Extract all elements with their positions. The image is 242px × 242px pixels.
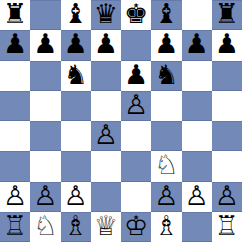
piece-black-knight: ♞ xyxy=(154,61,178,90)
piece-black-pawn: ♟ xyxy=(94,30,118,59)
piece-black-pawn: ♟ xyxy=(215,30,239,59)
piece-black-pawn: ♟ xyxy=(33,30,57,59)
piece-black-pawn: ♟ xyxy=(64,30,88,59)
piece-black-rook: ♜ xyxy=(215,0,239,29)
piece-white-knight: ♘ xyxy=(154,151,178,180)
square-c6[interactable]: ♞ xyxy=(61,61,91,91)
piece-white-queen: ♕ xyxy=(94,212,118,241)
square-h8[interactable]: ♜ xyxy=(212,0,242,30)
square-c8[interactable]: ♝ xyxy=(61,0,91,30)
piece-black-bishop: ♝ xyxy=(154,0,178,29)
chess-board: ♜♝♛♚♝♜♟♟♟♟♟♟♟♞♟♞♙♙♘♙♙♙♙♙♙♖♘♗♕♔♗♖ xyxy=(0,0,242,242)
piece-white-rook: ♖ xyxy=(3,212,27,241)
square-e3[interactable] xyxy=(121,151,151,181)
square-a1[interactable]: ♖ xyxy=(0,212,30,242)
square-b3[interactable] xyxy=(30,151,60,181)
square-e4[interactable] xyxy=(121,121,151,151)
piece-black-king: ♚ xyxy=(124,0,148,29)
piece-black-pawn: ♟ xyxy=(3,30,27,59)
square-h4[interactable] xyxy=(212,121,242,151)
piece-white-king: ♔ xyxy=(124,212,148,241)
square-b1[interactable]: ♘ xyxy=(30,212,60,242)
square-d7[interactable]: ♟ xyxy=(91,30,121,60)
square-g7[interactable]: ♟ xyxy=(182,30,212,60)
square-e5[interactable]: ♙ xyxy=(121,91,151,121)
piece-black-knight: ♞ xyxy=(64,61,88,90)
square-h5[interactable] xyxy=(212,91,242,121)
piece-black-pawn: ♟ xyxy=(124,61,148,90)
square-c5[interactable] xyxy=(61,91,91,121)
square-e7[interactable] xyxy=(121,30,151,60)
square-h3[interactable] xyxy=(212,151,242,181)
piece-black-bishop: ♝ xyxy=(64,0,88,29)
piece-black-pawn: ♟ xyxy=(185,30,209,59)
square-d3[interactable] xyxy=(91,151,121,181)
square-d5[interactable] xyxy=(91,91,121,121)
square-a5[interactable] xyxy=(0,91,30,121)
square-f2[interactable]: ♙ xyxy=(151,182,181,212)
square-c3[interactable] xyxy=(61,151,91,181)
square-c2[interactable]: ♙ xyxy=(61,182,91,212)
square-e1[interactable]: ♔ xyxy=(121,212,151,242)
square-a8[interactable]: ♜ xyxy=(0,0,30,30)
square-b5[interactable] xyxy=(30,91,60,121)
square-e6[interactable]: ♟ xyxy=(121,61,151,91)
square-h7[interactable]: ♟ xyxy=(212,30,242,60)
piece-white-pawn: ♙ xyxy=(185,182,209,211)
square-g3[interactable] xyxy=(182,151,212,181)
piece-white-pawn: ♙ xyxy=(33,182,57,211)
square-d8[interactable]: ♛ xyxy=(91,0,121,30)
square-c4[interactable] xyxy=(61,121,91,151)
square-g5[interactable] xyxy=(182,91,212,121)
square-f1[interactable]: ♗ xyxy=(151,212,181,242)
square-h1[interactable]: ♖ xyxy=(212,212,242,242)
square-e2[interactable] xyxy=(121,182,151,212)
square-d6[interactable] xyxy=(91,61,121,91)
square-g1[interactable] xyxy=(182,212,212,242)
square-f4[interactable] xyxy=(151,121,181,151)
piece-white-bishop: ♗ xyxy=(154,212,178,241)
square-e8[interactable]: ♚ xyxy=(121,0,151,30)
piece-black-rook: ♜ xyxy=(3,0,27,29)
square-g8[interactable] xyxy=(182,0,212,30)
square-d4[interactable]: ♙ xyxy=(91,121,121,151)
square-g6[interactable] xyxy=(182,61,212,91)
square-a3[interactable] xyxy=(0,151,30,181)
square-a2[interactable]: ♙ xyxy=(0,182,30,212)
square-h6[interactable] xyxy=(212,61,242,91)
square-f5[interactable] xyxy=(151,91,181,121)
square-b7[interactable]: ♟ xyxy=(30,30,60,60)
square-a6[interactable] xyxy=(0,61,30,91)
square-f7[interactable]: ♟ xyxy=(151,30,181,60)
piece-white-pawn: ♙ xyxy=(215,182,239,211)
piece-black-pawn: ♟ xyxy=(154,30,178,59)
piece-white-pawn: ♙ xyxy=(64,182,88,211)
square-a4[interactable] xyxy=(0,121,30,151)
square-c1[interactable]: ♗ xyxy=(61,212,91,242)
square-g2[interactable]: ♙ xyxy=(182,182,212,212)
square-f6[interactable]: ♞ xyxy=(151,61,181,91)
square-g4[interactable] xyxy=(182,121,212,151)
piece-white-pawn: ♙ xyxy=(124,91,148,120)
square-h2[interactable]: ♙ xyxy=(212,182,242,212)
square-b2[interactable]: ♙ xyxy=(30,182,60,212)
square-d1[interactable]: ♕ xyxy=(91,212,121,242)
piece-white-pawn: ♙ xyxy=(3,182,27,211)
piece-black-queen: ♛ xyxy=(94,0,118,29)
piece-white-pawn: ♙ xyxy=(94,121,118,150)
square-f8[interactable]: ♝ xyxy=(151,0,181,30)
piece-white-rook: ♖ xyxy=(215,212,239,241)
square-b8[interactable] xyxy=(30,0,60,30)
square-b4[interactable] xyxy=(30,121,60,151)
square-f3[interactable]: ♘ xyxy=(151,151,181,181)
square-b6[interactable] xyxy=(30,61,60,91)
piece-white-bishop: ♗ xyxy=(64,212,88,241)
square-d2[interactable] xyxy=(91,182,121,212)
square-a7[interactable]: ♟ xyxy=(0,30,30,60)
piece-white-pawn: ♙ xyxy=(154,182,178,211)
square-c7[interactable]: ♟ xyxy=(61,30,91,60)
piece-white-knight: ♘ xyxy=(33,212,57,241)
